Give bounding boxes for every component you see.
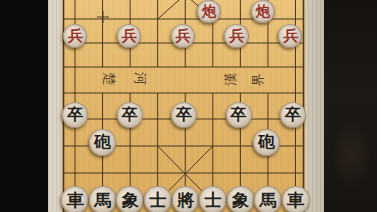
piece-character: 兵 bbox=[121, 27, 136, 46]
piece-character: 卒 bbox=[176, 104, 192, 126]
piece-character: 卒 bbox=[231, 104, 247, 126]
piece-character: 兵 bbox=[229, 27, 244, 46]
black-elephant[interactable]: 象 bbox=[227, 186, 255, 212]
black-horse[interactable]: 馬 bbox=[89, 186, 117, 212]
river-label-char: 漢 bbox=[224, 73, 237, 86]
black-advisor[interactable]: 士 bbox=[144, 186, 172, 212]
red-cannon[interactable]: 炮 bbox=[197, 0, 221, 23]
piece-character: 將 bbox=[177, 188, 194, 212]
piece-character: 象 bbox=[122, 188, 139, 212]
river-label-char: 楚 bbox=[103, 72, 116, 85]
black-cannon[interactable]: 砲 bbox=[89, 129, 116, 156]
black-horse[interactable]: 馬 bbox=[254, 186, 282, 212]
black-advisor[interactable]: 士 bbox=[199, 186, 227, 212]
red-soldier[interactable]: 兵 bbox=[171, 24, 195, 48]
red-soldier[interactable]: 兵 bbox=[224, 24, 248, 48]
black-elephant[interactable]: 象 bbox=[116, 186, 144, 212]
piece-character: 士 bbox=[149, 188, 166, 212]
piece-character: 兵 bbox=[68, 27, 83, 46]
black-chariot[interactable]: 車 bbox=[282, 186, 310, 212]
piece-character: 砲 bbox=[94, 131, 110, 153]
black-cannon[interactable]: 砲 bbox=[253, 129, 280, 156]
piece-character: 兵 bbox=[283, 27, 298, 46]
black-soldier[interactable]: 卒 bbox=[117, 102, 143, 128]
piece-character: 士 bbox=[204, 188, 221, 212]
river-label-char: 界 bbox=[251, 73, 264, 86]
river-label-char: 河 bbox=[134, 72, 147, 85]
piece-character: 車 bbox=[67, 188, 84, 212]
piece-character: 卒 bbox=[285, 104, 301, 126]
piece-character: 象 bbox=[232, 188, 249, 212]
black-soldier[interactable]: 卒 bbox=[171, 102, 197, 128]
piece-character: 馬 bbox=[94, 188, 111, 212]
piece-character: 車 bbox=[287, 188, 304, 212]
black-general[interactable]: 將 bbox=[172, 186, 200, 212]
piece-character: 馬 bbox=[260, 188, 277, 212]
piece-character: 兵 bbox=[175, 27, 190, 46]
piece-character: 砲 bbox=[258, 131, 274, 153]
black-soldier[interactable]: 卒 bbox=[280, 102, 306, 128]
piece-character: 卒 bbox=[67, 104, 83, 126]
black-soldier[interactable]: 卒 bbox=[226, 102, 252, 128]
xiangqi-screenshot: 楚河漢界 炮炮兵兵兵兵兵卒卒卒卒卒砲砲車馬象士將士象馬車 bbox=[0, 0, 377, 212]
piece-character: 炮 bbox=[202, 2, 217, 21]
black-chariot[interactable]: 車 bbox=[61, 186, 89, 212]
red-cannon[interactable]: 炮 bbox=[251, 0, 275, 23]
piece-character: 卒 bbox=[122, 104, 138, 126]
piece-character: 炮 bbox=[255, 2, 270, 21]
black-soldier[interactable]: 卒 bbox=[62, 102, 88, 128]
